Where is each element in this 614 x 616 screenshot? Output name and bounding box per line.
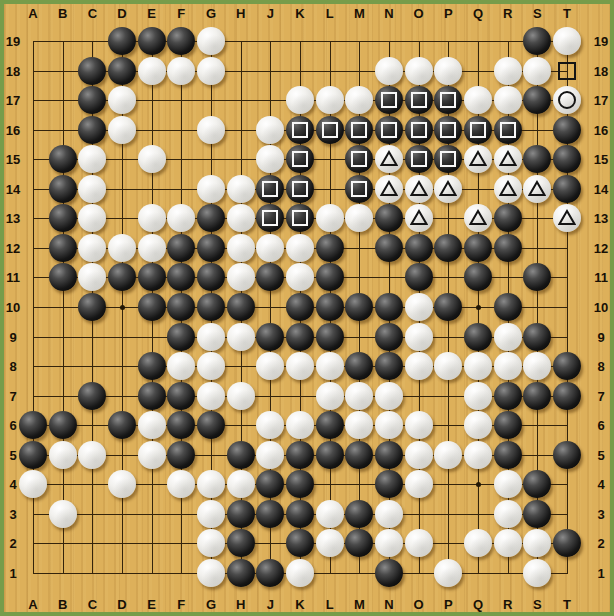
stone-white[interactable] [286, 86, 314, 114]
stone-black[interactable] [405, 263, 433, 291]
intersection-P17[interactable] [434, 86, 462, 114]
intersection-C13[interactable] [78, 204, 106, 232]
intersection-H1[interactable] [227, 559, 255, 587]
intersection-S3[interactable] [523, 500, 551, 528]
intersection-T15[interactable] [553, 145, 581, 173]
stone-black[interactable] [256, 500, 284, 528]
intersection-F18[interactable] [167, 57, 195, 85]
stone-black[interactable] [494, 234, 522, 262]
stone-black[interactable] [316, 263, 344, 291]
intersection-S18[interactable] [523, 57, 551, 85]
stone-black[interactable] [464, 323, 492, 351]
stone-white[interactable] [138, 234, 166, 262]
intersection-D19[interactable] [108, 27, 136, 55]
intersection-R14[interactable] [494, 175, 522, 203]
stone-black[interactable] [49, 175, 77, 203]
intersection-O4[interactable] [405, 470, 433, 498]
intersection-O16[interactable] [405, 116, 433, 144]
intersection-B13[interactable] [49, 204, 77, 232]
intersection-J15[interactable] [256, 145, 284, 173]
intersection-M15[interactable] [345, 145, 373, 173]
stone-white[interactable] [78, 204, 106, 232]
stone-black[interactable] [375, 441, 403, 469]
stone-black[interactable] [167, 27, 195, 55]
stone-white[interactable] [405, 529, 433, 557]
stone-black[interactable] [286, 323, 314, 351]
intersection-R4[interactable] [494, 470, 522, 498]
intersection-B15[interactable] [49, 145, 77, 173]
stone-white[interactable] [405, 411, 433, 439]
intersection-R18[interactable] [494, 57, 522, 85]
stone-black[interactable] [138, 27, 166, 55]
stone-black[interactable] [197, 411, 225, 439]
stone-white[interactable] [523, 57, 551, 85]
intersection-O9[interactable] [405, 323, 433, 351]
stone-white[interactable] [108, 116, 136, 144]
intersection-M14[interactable] [345, 175, 373, 203]
intersection-K9[interactable] [286, 323, 314, 351]
stone-black[interactable] [316, 234, 344, 262]
intersection-C12[interactable] [78, 234, 106, 262]
stone-black[interactable] [375, 352, 403, 380]
intersection-D4[interactable] [108, 470, 136, 498]
intersection-S7[interactable] [523, 382, 551, 410]
stone-black[interactable] [286, 470, 314, 498]
intersection-J11[interactable] [256, 263, 284, 291]
intersection-G14[interactable] [197, 175, 225, 203]
intersection-T5[interactable] [553, 441, 581, 469]
intersection-F7[interactable] [167, 382, 195, 410]
stone-white[interactable] [49, 441, 77, 469]
stone-white[interactable] [138, 145, 166, 173]
intersection-K5[interactable] [286, 441, 314, 469]
intersection-P12[interactable] [434, 234, 462, 262]
intersection-N4[interactable] [375, 470, 403, 498]
stone-black[interactable] [375, 234, 403, 262]
stone-black[interactable] [138, 382, 166, 410]
stone-white[interactable] [108, 86, 136, 114]
stone-white[interactable] [227, 234, 255, 262]
intersection-L7[interactable] [316, 382, 344, 410]
stone-black[interactable] [227, 529, 255, 557]
intersection-F8[interactable] [167, 352, 195, 380]
stone-black[interactable] [108, 411, 136, 439]
intersection-Q17[interactable] [464, 86, 492, 114]
intersection-G11[interactable] [197, 263, 225, 291]
stone-black[interactable] [227, 293, 255, 321]
stone-white[interactable] [316, 204, 344, 232]
stone-black[interactable] [523, 382, 551, 410]
stone-white[interactable] [375, 529, 403, 557]
intersection-Q12[interactable] [464, 234, 492, 262]
stone-white[interactable] [227, 323, 255, 351]
intersection-M16[interactable] [345, 116, 373, 144]
intersection-E13[interactable] [138, 204, 166, 232]
stone-white[interactable] [138, 204, 166, 232]
stone-white[interactable] [316, 529, 344, 557]
intersection-J3[interactable] [256, 500, 284, 528]
stone-white[interactable] [316, 382, 344, 410]
intersection-P16[interactable] [434, 116, 462, 144]
intersection-Q5[interactable] [464, 441, 492, 469]
intersection-G6[interactable] [197, 411, 225, 439]
intersection-N18[interactable] [375, 57, 403, 85]
intersection-O2[interactable] [405, 529, 433, 557]
intersection-H2[interactable] [227, 529, 255, 557]
stone-black[interactable] [167, 441, 195, 469]
intersection-G10[interactable] [197, 293, 225, 321]
intersection-K6[interactable] [286, 411, 314, 439]
intersection-S1[interactable] [523, 559, 551, 587]
stone-black[interactable] [256, 263, 284, 291]
intersection-N15[interactable] [375, 145, 403, 173]
intersection-F19[interactable] [167, 27, 195, 55]
intersection-J13[interactable] [256, 204, 284, 232]
intersection-L12[interactable] [316, 234, 344, 262]
stone-black[interactable] [523, 470, 551, 498]
stone-white[interactable] [167, 352, 195, 380]
intersection-T17[interactable] [553, 86, 581, 114]
stone-black[interactable] [523, 500, 551, 528]
stone-black[interactable] [553, 441, 581, 469]
intersection-O17[interactable] [405, 86, 433, 114]
intersection-F10[interactable] [167, 293, 195, 321]
intersection-G16[interactable] [197, 116, 225, 144]
stone-black[interactable] [553, 352, 581, 380]
stone-white[interactable] [19, 470, 47, 498]
stone-white[interactable] [167, 204, 195, 232]
stone-white[interactable] [553, 27, 581, 55]
stone-white[interactable] [256, 352, 284, 380]
intersection-L10[interactable] [316, 293, 344, 321]
intersection-S14[interactable] [523, 175, 551, 203]
intersection-K14[interactable] [286, 175, 314, 203]
intersection-F11[interactable] [167, 263, 195, 291]
intersection-T18[interactable] [553, 57, 581, 85]
intersection-O13[interactable] [405, 204, 433, 232]
intersection-K12[interactable] [286, 234, 314, 262]
intersection-J5[interactable] [256, 441, 284, 469]
stone-white[interactable] [405, 57, 433, 85]
intersection-P8[interactable] [434, 352, 462, 380]
stone-white[interactable] [286, 263, 314, 291]
intersection-Q2[interactable] [464, 529, 492, 557]
stone-black[interactable] [523, 263, 551, 291]
intersection-K1[interactable] [286, 559, 314, 587]
intersection-P18[interactable] [434, 57, 462, 85]
intersection-E6[interactable] [138, 411, 166, 439]
intersection-E19[interactable] [138, 27, 166, 55]
stone-black[interactable] [494, 293, 522, 321]
intersection-D16[interactable] [108, 116, 136, 144]
intersection-D6[interactable] [108, 411, 136, 439]
intersection-S15[interactable] [523, 145, 551, 173]
stone-white[interactable] [375, 411, 403, 439]
intersection-H13[interactable] [227, 204, 255, 232]
stone-black[interactable] [523, 145, 551, 173]
intersection-C15[interactable] [78, 145, 106, 173]
intersection-L2[interactable] [316, 529, 344, 557]
intersection-P1[interactable] [434, 559, 462, 587]
stone-white[interactable] [494, 57, 522, 85]
stone-white[interactable] [256, 234, 284, 262]
intersection-Q9[interactable] [464, 323, 492, 351]
stone-white[interactable] [316, 86, 344, 114]
intersection-P15[interactable] [434, 145, 462, 173]
stone-black[interactable] [78, 382, 106, 410]
intersection-M13[interactable] [345, 204, 373, 232]
intersection-L17[interactable] [316, 86, 344, 114]
stone-white[interactable] [494, 86, 522, 114]
stone-black[interactable] [375, 559, 403, 587]
stone-black[interactable] [167, 323, 195, 351]
intersection-F13[interactable] [167, 204, 195, 232]
intersection-G18[interactable] [197, 57, 225, 85]
intersection-L8[interactable] [316, 352, 344, 380]
intersection-N7[interactable] [375, 382, 403, 410]
stone-white[interactable] [138, 411, 166, 439]
stone-black[interactable] [553, 145, 581, 173]
stone-black[interactable] [78, 86, 106, 114]
intersection-H14[interactable] [227, 175, 255, 203]
stone-white[interactable] [434, 57, 462, 85]
stone-black[interactable] [375, 470, 403, 498]
intersection-P5[interactable] [434, 441, 462, 469]
intersection-A4[interactable] [19, 470, 47, 498]
stone-white[interactable] [167, 470, 195, 498]
intersection-R7[interactable] [494, 382, 522, 410]
intersection-K17[interactable] [286, 86, 314, 114]
intersection-H10[interactable] [227, 293, 255, 321]
intersection-A6[interactable] [19, 411, 47, 439]
stone-black[interactable] [227, 559, 255, 587]
stone-black[interactable] [197, 263, 225, 291]
intersection-J4[interactable] [256, 470, 284, 498]
stone-white[interactable] [405, 323, 433, 351]
stone-white[interactable] [197, 323, 225, 351]
intersection-G19[interactable] [197, 27, 225, 55]
stone-black[interactable] [256, 559, 284, 587]
stone-black[interactable] [256, 323, 284, 351]
stone-black[interactable] [49, 145, 77, 173]
intersection-Q13[interactable] [464, 204, 492, 232]
intersection-G7[interactable] [197, 382, 225, 410]
stone-black[interactable] [286, 293, 314, 321]
stone-black[interactable] [434, 293, 462, 321]
intersection-H4[interactable] [227, 470, 255, 498]
stone-black[interactable] [553, 529, 581, 557]
stone-white[interactable] [227, 175, 255, 203]
intersection-E5[interactable] [138, 441, 166, 469]
stone-white[interactable] [197, 470, 225, 498]
stone-white[interactable] [197, 529, 225, 557]
intersection-F12[interactable] [167, 234, 195, 262]
stone-white[interactable] [286, 352, 314, 380]
stone-white[interactable] [78, 441, 106, 469]
intersection-K3[interactable] [286, 500, 314, 528]
stone-black[interactable] [464, 263, 492, 291]
intersection-L6[interactable] [316, 411, 344, 439]
intersection-T8[interactable] [553, 352, 581, 380]
stone-white[interactable] [464, 352, 492, 380]
stone-black[interactable] [316, 411, 344, 439]
stone-white[interactable] [227, 263, 255, 291]
stone-black[interactable] [553, 382, 581, 410]
intersection-C11[interactable] [78, 263, 106, 291]
intersection-G3[interactable] [197, 500, 225, 528]
intersection-D11[interactable] [108, 263, 136, 291]
intersection-E15[interactable] [138, 145, 166, 173]
intersection-C16[interactable] [78, 116, 106, 144]
stone-black[interactable] [78, 293, 106, 321]
intersection-J1[interactable] [256, 559, 284, 587]
intersection-R16[interactable] [494, 116, 522, 144]
intersection-G13[interactable] [197, 204, 225, 232]
stone-white[interactable] [345, 411, 373, 439]
intersection-T7[interactable] [553, 382, 581, 410]
stone-black[interactable] [167, 411, 195, 439]
stone-white[interactable] [78, 175, 106, 203]
stone-white[interactable] [464, 382, 492, 410]
intersection-G9[interactable] [197, 323, 225, 351]
stone-black[interactable] [49, 411, 77, 439]
intersection-R6[interactable] [494, 411, 522, 439]
stone-white[interactable] [227, 204, 255, 232]
intersection-N13[interactable] [375, 204, 403, 232]
stone-white[interactable] [434, 559, 462, 587]
stone-black[interactable] [49, 263, 77, 291]
stone-black[interactable] [316, 293, 344, 321]
intersection-F4[interactable] [167, 470, 195, 498]
intersection-R12[interactable] [494, 234, 522, 262]
stone-white[interactable] [494, 352, 522, 380]
stone-white[interactable] [523, 559, 551, 587]
stone-black[interactable] [256, 470, 284, 498]
stone-black[interactable] [197, 234, 225, 262]
intersection-K16[interactable] [286, 116, 314, 144]
stone-black[interactable] [167, 234, 195, 262]
stone-black[interactable] [197, 293, 225, 321]
intersection-N5[interactable] [375, 441, 403, 469]
intersection-J12[interactable] [256, 234, 284, 262]
intersection-B11[interactable] [49, 263, 77, 291]
stone-black[interactable] [286, 500, 314, 528]
intersection-Q15[interactable] [464, 145, 492, 173]
intersection-C14[interactable] [78, 175, 106, 203]
intersection-G1[interactable] [197, 559, 225, 587]
intersection-H3[interactable] [227, 500, 255, 528]
intersection-H7[interactable] [227, 382, 255, 410]
stone-white[interactable] [286, 559, 314, 587]
stone-white[interactable] [197, 27, 225, 55]
stone-black[interactable] [345, 293, 373, 321]
intersection-S4[interactable] [523, 470, 551, 498]
stone-black[interactable] [345, 352, 373, 380]
stone-white[interactable] [494, 500, 522, 528]
intersection-E12[interactable] [138, 234, 166, 262]
intersection-K8[interactable] [286, 352, 314, 380]
intersection-N8[interactable] [375, 352, 403, 380]
intersection-T16[interactable] [553, 116, 581, 144]
intersection-G8[interactable] [197, 352, 225, 380]
stone-white[interactable] [434, 441, 462, 469]
stone-white[interactable] [405, 293, 433, 321]
stone-black[interactable] [167, 382, 195, 410]
stone-white[interactable] [434, 352, 462, 380]
intersection-G4[interactable] [197, 470, 225, 498]
intersection-Q11[interactable] [464, 263, 492, 291]
stone-white[interactable] [138, 441, 166, 469]
stone-white[interactable] [345, 382, 373, 410]
intersection-M8[interactable] [345, 352, 373, 380]
stone-white[interactable] [316, 500, 344, 528]
stone-white[interactable] [256, 116, 284, 144]
intersection-O6[interactable] [405, 411, 433, 439]
intersection-L11[interactable] [316, 263, 344, 291]
intersection-J8[interactable] [256, 352, 284, 380]
stone-black[interactable] [345, 500, 373, 528]
stone-white[interactable] [197, 352, 225, 380]
intersection-R15[interactable] [494, 145, 522, 173]
intersection-B5[interactable] [49, 441, 77, 469]
stone-white[interactable] [316, 352, 344, 380]
intersection-B3[interactable] [49, 500, 77, 528]
intersection-J6[interactable] [256, 411, 284, 439]
stone-black[interactable] [494, 382, 522, 410]
stone-black[interactable] [286, 441, 314, 469]
stone-white[interactable] [78, 145, 106, 173]
intersection-J14[interactable] [256, 175, 284, 203]
stone-white[interactable] [197, 116, 225, 144]
stone-white[interactable] [523, 352, 551, 380]
stone-white[interactable] [256, 145, 284, 173]
intersection-F9[interactable] [167, 323, 195, 351]
stone-white[interactable] [405, 441, 433, 469]
intersection-B12[interactable] [49, 234, 77, 262]
intersection-N3[interactable] [375, 500, 403, 528]
intersection-L5[interactable] [316, 441, 344, 469]
intersection-N9[interactable] [375, 323, 403, 351]
stone-white[interactable] [197, 175, 225, 203]
intersection-R5[interactable] [494, 441, 522, 469]
stone-white[interactable] [138, 57, 166, 85]
stone-black[interactable] [345, 441, 373, 469]
intersection-O11[interactable] [405, 263, 433, 291]
stone-black[interactable] [375, 204, 403, 232]
intersection-C18[interactable] [78, 57, 106, 85]
intersection-D17[interactable] [108, 86, 136, 114]
intersection-E7[interactable] [138, 382, 166, 410]
intersection-R10[interactable] [494, 293, 522, 321]
intersection-O15[interactable] [405, 145, 433, 173]
intersection-N2[interactable] [375, 529, 403, 557]
stone-white[interactable] [256, 411, 284, 439]
intersection-L13[interactable] [316, 204, 344, 232]
intersection-G12[interactable] [197, 234, 225, 262]
intersection-K15[interactable] [286, 145, 314, 173]
stone-white[interactable] [197, 500, 225, 528]
stone-white[interactable] [197, 57, 225, 85]
stone-white[interactable] [345, 86, 373, 114]
stone-black[interactable] [375, 323, 403, 351]
stone-black[interactable] [434, 234, 462, 262]
stone-black[interactable] [316, 441, 344, 469]
stone-white[interactable] [464, 529, 492, 557]
stone-white[interactable] [464, 86, 492, 114]
intersection-C10[interactable] [78, 293, 106, 321]
intersection-N6[interactable] [375, 411, 403, 439]
intersection-G2[interactable] [197, 529, 225, 557]
